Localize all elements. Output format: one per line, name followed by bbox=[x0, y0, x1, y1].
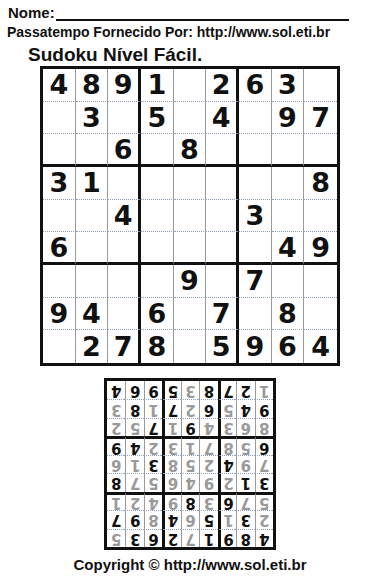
solution-cell: 6 bbox=[107, 455, 125, 473]
puzzle-cell bbox=[239, 298, 272, 331]
solution-cell: 3 bbox=[162, 436, 180, 454]
solution-cell: 4 bbox=[236, 399, 254, 417]
puzzle-cell bbox=[206, 134, 239, 167]
solution-cell: 5 bbox=[236, 436, 254, 454]
puzzle-board: 489126335497683184364997946782785964 bbox=[40, 66, 340, 366]
solution-cell: 6 bbox=[236, 418, 254, 436]
solution-cell: 3 bbox=[144, 455, 162, 473]
solution-cell: 6 bbox=[162, 473, 180, 491]
puzzle-cell bbox=[272, 265, 305, 298]
puzzle-cell bbox=[141, 167, 174, 200]
solution-cell: 1 bbox=[181, 436, 199, 454]
puzzle-cell: 3 bbox=[76, 102, 109, 135]
solution-cell: 5 bbox=[255, 492, 273, 510]
puzzle-cell: 3 bbox=[43, 167, 76, 200]
puzzle-cell bbox=[76, 134, 109, 167]
solution-cell: 3 bbox=[255, 473, 273, 491]
puzzle-cell bbox=[239, 134, 272, 167]
puzzle-cell: 4 bbox=[76, 298, 109, 331]
solution-cell: 3 bbox=[236, 510, 254, 528]
puzzle-cell: 3 bbox=[239, 200, 272, 233]
solution-cell: 5 bbox=[181, 455, 199, 473]
solution-cell: 2 bbox=[218, 473, 236, 491]
solution-cell: 2 bbox=[199, 455, 217, 473]
solution-cell: 8 bbox=[255, 418, 273, 436]
solution-cell: 7 bbox=[255, 455, 273, 473]
puzzle-cell bbox=[108, 265, 141, 298]
puzzle-cell: 9 bbox=[304, 232, 337, 265]
puzzle-cell: 9 bbox=[43, 298, 76, 331]
solution-cell: 2 bbox=[236, 381, 254, 399]
solution-cell: 9 bbox=[107, 436, 125, 454]
puzzle-cell bbox=[43, 134, 76, 167]
puzzle-cell: 8 bbox=[174, 134, 207, 167]
puzzle-cell: 4 bbox=[108, 200, 141, 233]
puzzle-cell: 5 bbox=[141, 102, 174, 135]
worksheet-page: Nome: Passatempo Fornecido Por: http://w… bbox=[0, 0, 380, 585]
solution-cell: 3 bbox=[125, 529, 143, 547]
solution-cell: 5 bbox=[162, 381, 180, 399]
solution-cell: 7 bbox=[181, 529, 199, 547]
puzzle-cell: 8 bbox=[76, 69, 109, 102]
solution-cell: 9 bbox=[162, 492, 180, 510]
puzzle-cell: 4 bbox=[272, 232, 305, 265]
puzzle-cell bbox=[239, 102, 272, 135]
puzzle-cell bbox=[304, 69, 337, 102]
solution-cell: 2 bbox=[107, 418, 125, 436]
solution-cell: 9 bbox=[144, 381, 162, 399]
puzzle-cell bbox=[304, 134, 337, 167]
solution-cell: 3 bbox=[107, 399, 125, 417]
puzzle-cell bbox=[174, 69, 207, 102]
puzzle-cell bbox=[174, 102, 207, 135]
solution-cell: 6 bbox=[199, 399, 217, 417]
solution-cell: 2 bbox=[144, 436, 162, 454]
solution-cell: 7 bbox=[144, 418, 162, 436]
solution-cell: 4 bbox=[144, 492, 162, 510]
solution-cell: 8 bbox=[181, 492, 199, 510]
puzzle-cell bbox=[43, 102, 76, 135]
solution-cell: 7 bbox=[218, 381, 236, 399]
puzzle-cell bbox=[304, 200, 337, 233]
puzzle-cell: 6 bbox=[141, 298, 174, 331]
puzzle-cell bbox=[76, 232, 109, 265]
solution-cell: 6 bbox=[125, 381, 143, 399]
puzzle-cell: 5 bbox=[206, 330, 239, 363]
solution-cell: 5 bbox=[144, 473, 162, 491]
solution-cell: 6 bbox=[255, 436, 273, 454]
copyright-text: Copyright © http://www.sol.eti.br bbox=[0, 556, 380, 573]
puzzle-cell bbox=[108, 167, 141, 200]
puzzle-cell bbox=[239, 167, 272, 200]
puzzle-cell: 4 bbox=[304, 330, 337, 363]
puzzle-cell bbox=[272, 167, 305, 200]
puzzle-cell: 4 bbox=[206, 102, 239, 135]
solution-cell: 1 bbox=[255, 381, 273, 399]
solution-cell: 8 bbox=[162, 455, 180, 473]
solution-cell: 2 bbox=[255, 510, 273, 528]
solution-cell: 4 bbox=[199, 418, 217, 436]
puzzle-cell bbox=[206, 265, 239, 298]
puzzle-cell: 6 bbox=[108, 134, 141, 167]
solution-cell: 6 bbox=[181, 510, 199, 528]
puzzle-cell: 1 bbox=[141, 69, 174, 102]
name-underline bbox=[56, 4, 349, 21]
solution-cell: 4 bbox=[162, 510, 180, 528]
puzzle-cell bbox=[108, 232, 141, 265]
solution-cell: 1 bbox=[125, 455, 143, 473]
puzzle-cell bbox=[206, 167, 239, 200]
puzzle-cell: 9 bbox=[108, 69, 141, 102]
puzzle-cell bbox=[272, 200, 305, 233]
puzzle-cell: 8 bbox=[272, 298, 305, 331]
provider-text: Passatempo Fornecido Por: http://www.sol… bbox=[7, 24, 330, 40]
puzzle-cell bbox=[206, 232, 239, 265]
puzzle-cell: 1 bbox=[76, 167, 109, 200]
solution-cell: 9 bbox=[181, 418, 199, 436]
solution-cell: 7 bbox=[162, 399, 180, 417]
puzzle-cell: 7 bbox=[304, 102, 337, 135]
puzzle-title: Sudoku Nível Fácil. bbox=[28, 44, 202, 66]
puzzle-cell: 7 bbox=[206, 298, 239, 331]
solution-board: 4891726352315648975763894213129465787942… bbox=[104, 378, 276, 550]
solution-cell: 1 bbox=[107, 492, 125, 510]
solution-cell: 6 bbox=[218, 492, 236, 510]
solution-cell: 1 bbox=[144, 399, 162, 417]
puzzle-cell bbox=[174, 330, 207, 363]
solution-cell: 5 bbox=[125, 418, 143, 436]
solution-cell: 5 bbox=[218, 399, 236, 417]
puzzle-cell: 9 bbox=[174, 265, 207, 298]
solution-cell: 1 bbox=[199, 529, 217, 547]
puzzle-cell bbox=[304, 265, 337, 298]
solution-cell: 4 bbox=[181, 473, 199, 491]
puzzle-cell: 6 bbox=[43, 232, 76, 265]
puzzle-cell bbox=[141, 134, 174, 167]
solution-cell: 3 bbox=[199, 492, 217, 510]
puzzle-cell bbox=[174, 200, 207, 233]
puzzle-cell bbox=[239, 232, 272, 265]
solution-cell: 2 bbox=[162, 529, 180, 547]
puzzle-cell bbox=[174, 298, 207, 331]
solution-cell: 9 bbox=[125, 510, 143, 528]
solution-cell: 4 bbox=[218, 455, 236, 473]
solution-cell: 8 bbox=[199, 381, 217, 399]
solution-cell: 3 bbox=[218, 418, 236, 436]
puzzle-cell: 6 bbox=[272, 330, 305, 363]
puzzle-cell bbox=[141, 265, 174, 298]
puzzle-cell bbox=[108, 102, 141, 135]
solution-cell: 9 bbox=[236, 455, 254, 473]
name-row: Nome: bbox=[8, 4, 372, 21]
puzzle-cell bbox=[76, 200, 109, 233]
puzzle-cell bbox=[43, 200, 76, 233]
solution-cell: 7 bbox=[199, 436, 217, 454]
puzzle-cell bbox=[304, 298, 337, 331]
puzzle-cell: 3 bbox=[272, 69, 305, 102]
puzzle-cell bbox=[108, 298, 141, 331]
puzzle-cell: 2 bbox=[76, 330, 109, 363]
solution-cell: 8 bbox=[144, 510, 162, 528]
puzzle-cell: 6 bbox=[239, 69, 272, 102]
solution-cell: 4 bbox=[255, 529, 273, 547]
puzzle-cell: 7 bbox=[108, 330, 141, 363]
solution-cell: 1 bbox=[162, 418, 180, 436]
puzzle-cell bbox=[141, 200, 174, 233]
solution-cell: 7 bbox=[107, 510, 125, 528]
puzzle-cell bbox=[43, 330, 76, 363]
puzzle-cell: 8 bbox=[304, 167, 337, 200]
puzzle-cell: 8 bbox=[141, 330, 174, 363]
solution-cell: 2 bbox=[181, 399, 199, 417]
solution-cell: 1 bbox=[218, 510, 236, 528]
puzzle-cell bbox=[43, 265, 76, 298]
puzzle-cell: 4 bbox=[43, 69, 76, 102]
puzzle-cell bbox=[141, 232, 174, 265]
solution-cell: 9 bbox=[218, 529, 236, 547]
solution-cell: 7 bbox=[125, 473, 143, 491]
puzzle-cell bbox=[174, 167, 207, 200]
solution-cell: 4 bbox=[107, 381, 125, 399]
puzzle-cell: 7 bbox=[239, 265, 272, 298]
puzzle-cell bbox=[272, 134, 305, 167]
name-label: Nome: bbox=[8, 4, 55, 21]
solution-cell: 8 bbox=[236, 529, 254, 547]
solution-cell: 8 bbox=[107, 473, 125, 491]
solution-cell: 1 bbox=[236, 473, 254, 491]
solution-cell: 7 bbox=[236, 492, 254, 510]
solution-cell: 9 bbox=[255, 399, 273, 417]
puzzle-cell: 9 bbox=[272, 102, 305, 135]
puzzle-cell bbox=[76, 265, 109, 298]
solution-cell: 2 bbox=[125, 492, 143, 510]
solution-cell: 9 bbox=[199, 473, 217, 491]
puzzle-cell: 9 bbox=[239, 330, 272, 363]
puzzle-cell bbox=[174, 232, 207, 265]
solution-cell: 5 bbox=[199, 510, 217, 528]
solution-cell: 5 bbox=[107, 529, 125, 547]
solution-cell: 4 bbox=[125, 436, 143, 454]
solution-cell: 3 bbox=[181, 381, 199, 399]
solution-cell: 6 bbox=[144, 529, 162, 547]
solution-cell: 8 bbox=[218, 436, 236, 454]
solution-cell: 8 bbox=[125, 399, 143, 417]
puzzle-cell bbox=[206, 200, 239, 233]
puzzle-cell: 2 bbox=[206, 69, 239, 102]
